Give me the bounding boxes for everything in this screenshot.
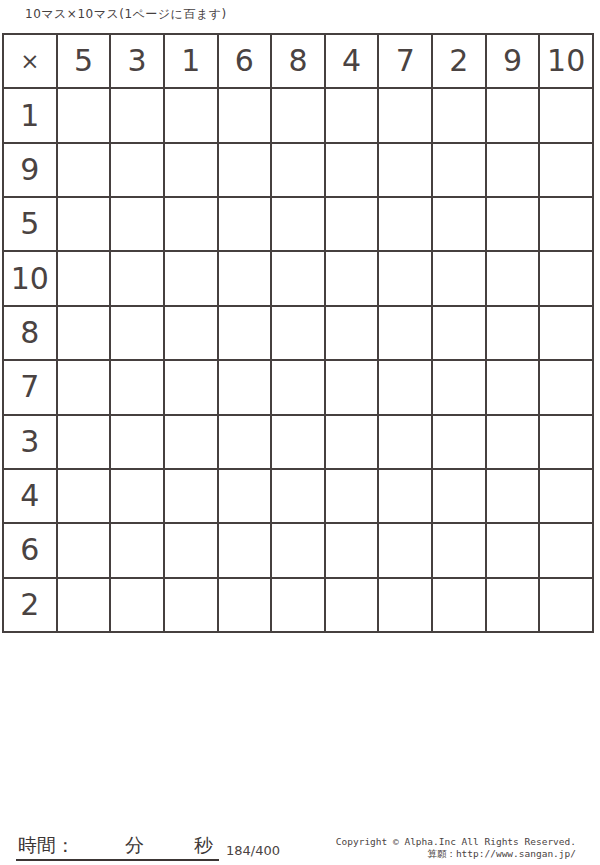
answer-cell [219,89,271,141]
answer-cell [379,361,431,413]
col-header: 10 [540,35,592,87]
answer-cell [165,524,217,576]
col-header: 5 [58,35,110,87]
col-header: 1 [165,35,217,87]
answer-cell [272,89,324,141]
answer-cell [165,307,217,359]
answer-cell [540,361,592,413]
answer-cell [165,89,217,141]
answer-cell [326,252,378,304]
answer-cell [487,416,539,468]
col-header: 6 [219,35,271,87]
time-label: 時間： [18,835,75,856]
answer-cell [487,307,539,359]
answer-cell [487,470,539,522]
answer-cell [487,198,539,250]
answer-cell [379,416,431,468]
answer-cell [219,416,271,468]
seconds-label: 秒 [194,835,213,856]
answer-cell [433,252,485,304]
answer-cell [165,144,217,196]
multiplication-grid: ×5316847291019510873462 [2,33,594,633]
answer-cell [326,524,378,576]
col-header: 4 [326,35,378,87]
answer-cell [326,579,378,631]
answer-cell [272,361,324,413]
answer-cell [433,416,485,468]
answer-cell [326,198,378,250]
answer-cell [165,416,217,468]
answer-cell [326,89,378,141]
answer-cell [487,252,539,304]
answer-cell [165,252,217,304]
answer-cell [219,524,271,576]
copyright-block: Copyright © Alpha.Inc All Rights Reserve… [336,836,576,860]
answer-cell [272,524,324,576]
answer-cell [379,307,431,359]
answer-cell [540,307,592,359]
answer-cell [379,579,431,631]
row-header: 7 [4,361,56,413]
minutes-label: 分 [125,835,144,856]
answer-cell [165,470,217,522]
answer-cell [219,144,271,196]
row-header: 2 [4,579,56,631]
answer-cell [111,144,163,196]
answer-cell [379,198,431,250]
answer-cell [326,416,378,468]
answer-cell [58,361,110,413]
row-header: 4 [4,470,56,522]
row-header: 10 [4,252,56,304]
answer-cell [58,198,110,250]
answer-cell [58,252,110,304]
answer-cell [326,361,378,413]
answer-cell [540,416,592,468]
answer-cell [219,198,271,250]
answer-cell [326,470,378,522]
answer-cell [165,361,217,413]
answer-cell [272,198,324,250]
answer-cell [540,198,592,250]
answer-cell [379,89,431,141]
answer-cell [487,579,539,631]
site-credit-line: 算願：http://www.sangan.jp/ [336,848,576,860]
col-header: 9 [487,35,539,87]
answer-cell [540,252,592,304]
answer-cell [219,252,271,304]
answer-cell [433,144,485,196]
answer-cell [111,198,163,250]
answer-cell [379,144,431,196]
answer-cell [379,524,431,576]
answer-cell [58,470,110,522]
row-header: 3 [4,416,56,468]
answer-cell [58,579,110,631]
answer-cell [111,579,163,631]
answer-cell [272,144,324,196]
page-number: 184/400 [226,843,280,858]
row-header: 1 [4,89,56,141]
answer-cell [540,144,592,196]
answer-cell [379,252,431,304]
answer-cell [219,470,271,522]
answer-cell [165,198,217,250]
answer-cell [326,307,378,359]
answer-cell [433,579,485,631]
answer-cell [272,307,324,359]
answer-cell [58,307,110,359]
col-header: 7 [379,35,431,87]
operator-cell: × [4,35,56,87]
answer-cell [219,307,271,359]
answer-cell [540,470,592,522]
col-header: 8 [272,35,324,87]
answer-cell [433,524,485,576]
col-header: 2 [433,35,485,87]
answer-cell [433,198,485,250]
col-header: 3 [111,35,163,87]
answer-cell [111,307,163,359]
answer-cell [487,89,539,141]
answer-cell [540,89,592,141]
answer-cell [111,524,163,576]
answer-cell [111,89,163,141]
answer-cell [219,361,271,413]
answer-cell [433,89,485,141]
row-header: 8 [4,307,56,359]
answer-cell [540,524,592,576]
answer-cell [58,524,110,576]
answer-cell [111,416,163,468]
row-header: 9 [4,144,56,196]
answer-cell [111,470,163,522]
answer-cell [219,579,271,631]
time-entry-line: 時間： 分 秒 [16,835,219,861]
answer-cell [433,470,485,522]
answer-cell [58,416,110,468]
answer-cell [272,252,324,304]
answer-cell [58,144,110,196]
answer-cell [272,416,324,468]
answer-cell [433,361,485,413]
answer-cell [326,144,378,196]
worksheet-page: 10マス×10マス(1ページに百ます) ×5316847291019510873… [0,0,600,865]
answer-cell [58,89,110,141]
answer-cell [487,361,539,413]
answer-cell [272,579,324,631]
answer-cell [487,144,539,196]
copyright-line: Copyright © Alpha.Inc All Rights Reserve… [336,836,576,848]
answer-cell [540,579,592,631]
answer-cell [487,524,539,576]
answer-cell [272,470,324,522]
worksheet-title: 10マス×10マス(1ページに百ます) [25,6,227,23]
answer-cell [379,470,431,522]
row-header: 5 [4,198,56,250]
answer-cell [111,361,163,413]
row-header: 6 [4,524,56,576]
answer-cell [433,307,485,359]
answer-cell [111,252,163,304]
answer-cell [165,579,217,631]
